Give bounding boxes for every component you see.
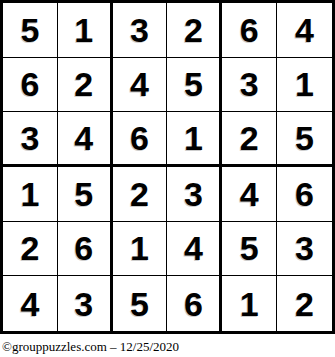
cell-r4c1[interactable]: 1 (3, 167, 58, 222)
cell-r6c3[interactable]: 5 (113, 276, 168, 331)
cell-r2c5[interactable]: 3 (222, 58, 277, 113)
cell-r1c6[interactable]: 4 (277, 3, 332, 58)
cell-r3c3[interactable]: 6 (113, 112, 168, 167)
cell-r1c1[interactable]: 5 (3, 3, 58, 58)
cell-r3c4[interactable]: 1 (167, 112, 222, 167)
cell-r6c4[interactable]: 6 (167, 276, 222, 331)
cell-r5c1[interactable]: 2 (3, 222, 58, 277)
cell-r4c4[interactable]: 3 (167, 167, 222, 222)
cell-r5c3[interactable]: 1 (113, 222, 168, 277)
cell-r3c2[interactable]: 4 (58, 112, 113, 167)
cell-r1c2[interactable]: 1 (58, 3, 113, 58)
cell-r3c1[interactable]: 3 (3, 112, 58, 167)
cell-r6c6[interactable]: 2 (277, 276, 332, 331)
cell-r4c6[interactable]: 6 (277, 167, 332, 222)
copyright-footer: ©grouppuzzles.com – 12/25/2020 (2, 337, 179, 357)
sudoku-board: 513264624531346125152346261453435612 (0, 0, 335, 334)
cell-r1c3[interactable]: 3 (113, 3, 168, 58)
cell-r2c2[interactable]: 2 (58, 58, 113, 113)
cell-r6c5[interactable]: 1 (222, 276, 277, 331)
cell-r2c1[interactable]: 6 (3, 58, 58, 113)
cell-r2c6[interactable]: 1 (277, 58, 332, 113)
cell-r3c5[interactable]: 2 (222, 112, 277, 167)
cell-r4c3[interactable]: 2 (113, 167, 168, 222)
cell-r1c5[interactable]: 6 (222, 3, 277, 58)
cell-r4c5[interactable]: 4 (222, 167, 277, 222)
cell-r5c6[interactable]: 3 (277, 222, 332, 277)
cell-r3c6[interactable]: 5 (277, 112, 332, 167)
cell-r2c4[interactable]: 5 (167, 58, 222, 113)
cell-r5c2[interactable]: 6 (58, 222, 113, 277)
cell-r6c1[interactable]: 4 (3, 276, 58, 331)
cell-r5c4[interactable]: 4 (167, 222, 222, 277)
cell-r6c2[interactable]: 3 (58, 276, 113, 331)
cell-r4c2[interactable]: 5 (58, 167, 113, 222)
cell-r1c4[interactable]: 2 (167, 3, 222, 58)
cell-r5c5[interactable]: 5 (222, 222, 277, 277)
cell-r2c3[interactable]: 4 (113, 58, 168, 113)
